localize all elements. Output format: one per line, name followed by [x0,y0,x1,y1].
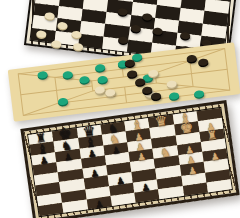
chess-piece-black-p-e2: ♟ [141,182,151,193]
chess-piece-black-p-c4: ♟ [90,168,100,179]
chess-piece-black-p-c1: ♟ [94,199,104,210]
product-photo-game-set: ♜♚♛♞♝♞♝♟♟♟♟♟♟♟♟♝♛♝♞♟♚♟♟♜♟♞♟♟♟♟ [0,0,240,218]
chess-square [62,199,87,213]
chess-square [158,186,183,200]
chess-piece-wood-r-h6: ♜ [206,129,218,142]
chess-piece-wood-n-f5: ♞ [159,146,171,159]
chess-grid: ♜♚♛♞♝♞♝♟♟♟♟♟♟♟♟♝♛♝♞♟♚♟♟♜♟♞♟♟♟♟ [27,107,233,217]
chess-square [182,182,207,196]
chess-piece-black-p-a6: ♟ [39,155,49,166]
chess-piece-wood-q-f8: ♛ [154,113,168,129]
draughts-disc-cream [73,42,84,50]
chess-piece-black-p-b6: ♟ [63,151,73,162]
chess-square [206,179,231,193]
chess-piece-black-p-d6: ♟ [111,145,121,156]
chess-square [110,192,135,206]
chess-piece-black-p-d3: ♟ [115,175,125,186]
chess-board: ♜♚♛♞♝♞♝♟♟♟♟♟♟♟♟♝♛♝♞♟♚♟♟♜♟♞♟♟♟♟ [20,100,239,218]
chess-piece-wood-p-h4: ♟ [210,151,220,162]
chess-piece-wood-n-d7: ♞ [108,132,120,145]
chess-piece-wood-k-g7: ♚ [179,119,194,136]
chess-piece-black-p-c6: ♟ [87,148,97,159]
chess-piece-wood-p-g3: ♟ [188,165,198,176]
chess-piece-wood-p-e5: ♟ [137,151,147,162]
draughts-disc-cream [51,40,62,48]
chess-square [38,203,63,217]
